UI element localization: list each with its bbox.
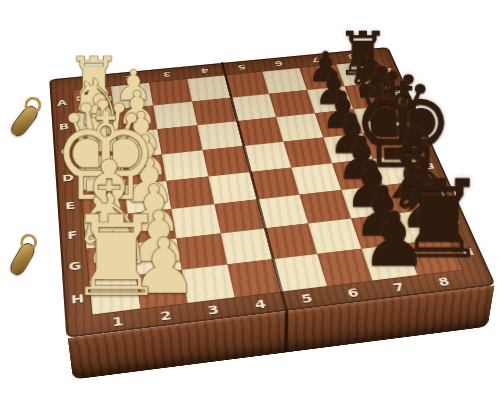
piece-black-pawn-h7[interactable]: ♟ <box>361 205 428 276</box>
square-h1[interactable]: ♜ <box>90 275 141 314</box>
clasp-hook-icon <box>19 233 37 251</box>
piece-white-rook-h1[interactable]: ♜ <box>66 204 166 310</box>
box-front-seam <box>283 311 287 353</box>
chess-board-box: ♜♟♟♜♞♟♟♞♝♟♟♝♛♟♟♛♚♟♟♚♝♟♟♝♞♟♟♞♜♟♟♜ ABCDEFG… <box>49 47 496 338</box>
scene-3d: ♜♟♟♜♞♟♟♞♝♟♟♝♛♟♟♛♚♟♟♚♝♟♟♝♞♟♟♞♜♟♟♜ ABCDEFG… <box>0 0 500 400</box>
square-h7[interactable]: ♟ <box>362 243 418 280</box>
chess-set-photo: ♜♟♟♜♞♟♟♞♝♟♟♝♛♟♟♛♚♟♟♚♝♟♟♝♞♟♟♞♜♟♟♜ ABCDEFG… <box>0 0 500 400</box>
